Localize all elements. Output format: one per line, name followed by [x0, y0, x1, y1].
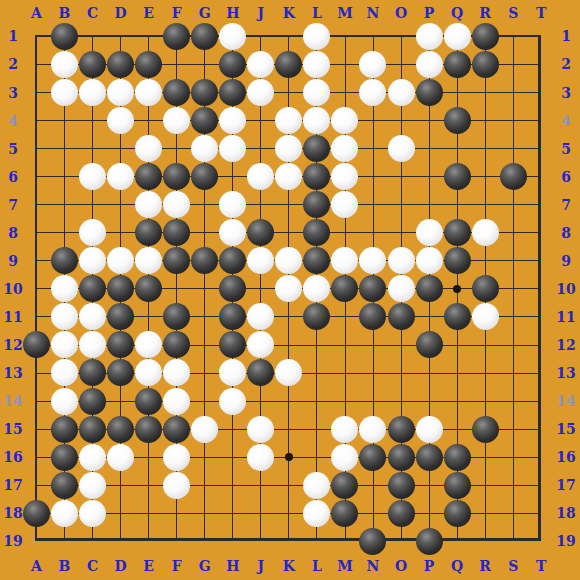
cell-H5[interactable] [219, 135, 247, 163]
cell-R18[interactable] [471, 499, 499, 527]
cell-Q8[interactable] [443, 219, 471, 247]
cell-J18[interactable] [247, 499, 275, 527]
cell-K6[interactable] [275, 163, 303, 191]
cell-P7[interactable] [415, 191, 443, 219]
cell-C6[interactable] [78, 163, 106, 191]
cell-G9[interactable] [191, 247, 219, 275]
cell-F5[interactable] [163, 135, 191, 163]
cell-Q9[interactable] [443, 247, 471, 275]
cell-O8[interactable] [387, 219, 415, 247]
cell-C12[interactable] [78, 331, 106, 359]
cell-T8[interactable] [527, 219, 555, 247]
cell-H17[interactable] [219, 471, 247, 499]
cell-M10[interactable] [331, 275, 359, 303]
cell-D19[interactable] [107, 527, 135, 555]
cell-G15[interactable] [191, 415, 219, 443]
cell-E1[interactable] [135, 22, 163, 50]
cell-G13[interactable] [191, 359, 219, 387]
cell-Q4[interactable] [443, 107, 471, 135]
cell-G19[interactable] [191, 527, 219, 555]
cell-J16[interactable] [247, 443, 275, 471]
cell-A3[interactable] [22, 78, 50, 106]
cell-B6[interactable] [50, 163, 78, 191]
cell-L14[interactable] [303, 387, 331, 415]
cell-C18[interactable] [78, 499, 106, 527]
cell-T9[interactable] [527, 247, 555, 275]
cell-R5[interactable] [471, 135, 499, 163]
cell-D18[interactable] [107, 499, 135, 527]
cell-Q2[interactable] [443, 50, 471, 78]
cell-E15[interactable] [135, 415, 163, 443]
cell-L6[interactable] [303, 163, 331, 191]
cell-P14[interactable] [415, 387, 443, 415]
cell-J2[interactable] [247, 50, 275, 78]
cell-E14[interactable] [135, 387, 163, 415]
cell-P18[interactable] [415, 499, 443, 527]
cell-H11[interactable] [219, 303, 247, 331]
cell-F8[interactable] [163, 219, 191, 247]
cell-R13[interactable] [471, 359, 499, 387]
cell-A10[interactable] [22, 275, 50, 303]
cell-O19[interactable] [387, 527, 415, 555]
cell-P8[interactable] [415, 219, 443, 247]
cell-B17[interactable] [50, 471, 78, 499]
cell-H4[interactable] [219, 107, 247, 135]
cell-F6[interactable] [163, 163, 191, 191]
cell-F14[interactable] [163, 387, 191, 415]
cell-G17[interactable] [191, 471, 219, 499]
cell-T13[interactable] [527, 359, 555, 387]
cell-S11[interactable] [499, 303, 527, 331]
cell-S6[interactable] [499, 163, 527, 191]
cell-P15[interactable] [415, 415, 443, 443]
cell-L4[interactable] [303, 107, 331, 135]
cell-M1[interactable] [331, 22, 359, 50]
cell-O6[interactable] [387, 163, 415, 191]
cell-H13[interactable] [219, 359, 247, 387]
cell-O7[interactable] [387, 191, 415, 219]
cell-B18[interactable] [50, 499, 78, 527]
cell-S16[interactable] [499, 443, 527, 471]
cell-H6[interactable] [219, 163, 247, 191]
cell-N10[interactable] [359, 275, 387, 303]
cell-P2[interactable] [415, 50, 443, 78]
cell-C7[interactable] [78, 191, 106, 219]
cell-M11[interactable] [331, 303, 359, 331]
cell-T2[interactable] [527, 50, 555, 78]
cell-M13[interactable] [331, 359, 359, 387]
cell-G1[interactable] [191, 22, 219, 50]
cell-O13[interactable] [387, 359, 415, 387]
cell-J9[interactable] [247, 247, 275, 275]
cell-G2[interactable] [191, 50, 219, 78]
cell-A9[interactable] [22, 247, 50, 275]
cell-S12[interactable] [499, 331, 527, 359]
cell-A1[interactable] [22, 22, 50, 50]
cell-G12[interactable] [191, 331, 219, 359]
cell-E16[interactable] [135, 443, 163, 471]
cell-C15[interactable] [78, 415, 106, 443]
cell-J13[interactable] [247, 359, 275, 387]
cell-R4[interactable] [471, 107, 499, 135]
cell-A8[interactable] [22, 219, 50, 247]
cell-O3[interactable] [387, 78, 415, 106]
cell-O14[interactable] [387, 387, 415, 415]
cell-D15[interactable] [107, 415, 135, 443]
cell-O9[interactable] [387, 247, 415, 275]
cell-T18[interactable] [527, 499, 555, 527]
cell-G11[interactable] [191, 303, 219, 331]
cell-P12[interactable] [415, 331, 443, 359]
cell-S13[interactable] [499, 359, 527, 387]
cell-E4[interactable] [135, 107, 163, 135]
cell-T17[interactable] [527, 471, 555, 499]
cell-C3[interactable] [78, 78, 106, 106]
cell-M17[interactable] [331, 471, 359, 499]
cell-M18[interactable] [331, 499, 359, 527]
cell-R17[interactable] [471, 471, 499, 499]
cell-T3[interactable] [527, 78, 555, 106]
cell-G10[interactable] [191, 275, 219, 303]
cell-F17[interactable] [163, 471, 191, 499]
cell-O12[interactable] [387, 331, 415, 359]
cell-N6[interactable] [359, 163, 387, 191]
cell-S10[interactable] [499, 275, 527, 303]
cell-E3[interactable] [135, 78, 163, 106]
cell-C13[interactable] [78, 359, 106, 387]
cell-J10[interactable] [247, 275, 275, 303]
cell-Q16[interactable] [443, 443, 471, 471]
cell-N12[interactable] [359, 331, 387, 359]
cell-D16[interactable] [107, 443, 135, 471]
cell-A15[interactable] [22, 415, 50, 443]
cell-Q7[interactable] [443, 191, 471, 219]
cell-J1[interactable] [247, 22, 275, 50]
cell-R19[interactable] [471, 527, 499, 555]
cell-O5[interactable] [387, 135, 415, 163]
cell-S4[interactable] [499, 107, 527, 135]
cell-R8[interactable] [471, 219, 499, 247]
cell-N13[interactable] [359, 359, 387, 387]
cell-M16[interactable] [331, 443, 359, 471]
cell-H19[interactable] [219, 527, 247, 555]
cell-T5[interactable] [527, 135, 555, 163]
cell-M12[interactable] [331, 331, 359, 359]
cell-N9[interactable] [359, 247, 387, 275]
cell-K5[interactable] [275, 135, 303, 163]
cell-D6[interactable] [107, 163, 135, 191]
cell-C16[interactable] [78, 443, 106, 471]
cell-Q13[interactable] [443, 359, 471, 387]
cell-F12[interactable] [163, 331, 191, 359]
cell-O15[interactable] [387, 415, 415, 443]
cell-S15[interactable] [499, 415, 527, 443]
cell-A5[interactable] [22, 135, 50, 163]
cell-E12[interactable] [135, 331, 163, 359]
cell-E13[interactable] [135, 359, 163, 387]
cell-T1[interactable] [527, 22, 555, 50]
cell-K10[interactable] [275, 275, 303, 303]
cell-B9[interactable] [50, 247, 78, 275]
cell-R6[interactable] [471, 163, 499, 191]
cell-O17[interactable] [387, 471, 415, 499]
cell-A17[interactable] [22, 471, 50, 499]
cell-M3[interactable] [331, 78, 359, 106]
cell-K14[interactable] [275, 387, 303, 415]
cell-E9[interactable] [135, 247, 163, 275]
cell-B1[interactable] [50, 22, 78, 50]
cell-H9[interactable] [219, 247, 247, 275]
cell-G5[interactable] [191, 135, 219, 163]
cell-Q18[interactable] [443, 499, 471, 527]
cell-D8[interactable] [107, 219, 135, 247]
cell-J12[interactable] [247, 331, 275, 359]
cell-A18[interactable] [22, 499, 50, 527]
cell-D11[interactable] [107, 303, 135, 331]
cell-B14[interactable] [50, 387, 78, 415]
cell-J14[interactable] [247, 387, 275, 415]
cell-N2[interactable] [359, 50, 387, 78]
cell-K12[interactable] [275, 331, 303, 359]
cell-R11[interactable] [471, 303, 499, 331]
cell-O1[interactable] [387, 22, 415, 50]
cell-L8[interactable] [303, 219, 331, 247]
cell-H15[interactable] [219, 415, 247, 443]
cell-M8[interactable] [331, 219, 359, 247]
cell-K2[interactable] [275, 50, 303, 78]
cell-P13[interactable] [415, 359, 443, 387]
cell-R7[interactable] [471, 191, 499, 219]
cell-B3[interactable] [50, 78, 78, 106]
cell-H2[interactable] [219, 50, 247, 78]
cell-H14[interactable] [219, 387, 247, 415]
cell-H1[interactable] [219, 22, 247, 50]
cell-J19[interactable] [247, 527, 275, 555]
cell-G4[interactable] [191, 107, 219, 135]
cell-N3[interactable] [359, 78, 387, 106]
cell-S19[interactable] [499, 527, 527, 555]
cell-G16[interactable] [191, 443, 219, 471]
cell-F16[interactable] [163, 443, 191, 471]
cell-Q6[interactable] [443, 163, 471, 191]
cell-D5[interactable] [107, 135, 135, 163]
cell-R2[interactable] [471, 50, 499, 78]
cell-P9[interactable] [415, 247, 443, 275]
cell-B19[interactable] [50, 527, 78, 555]
cell-F11[interactable] [163, 303, 191, 331]
cell-N8[interactable] [359, 219, 387, 247]
cell-F10[interactable] [163, 275, 191, 303]
cell-Q3[interactable] [443, 78, 471, 106]
cell-K3[interactable] [275, 78, 303, 106]
cell-S1[interactable] [499, 22, 527, 50]
cell-K8[interactable] [275, 219, 303, 247]
cell-T7[interactable] [527, 191, 555, 219]
cell-S2[interactable] [499, 50, 527, 78]
cell-B13[interactable] [50, 359, 78, 387]
cell-R1[interactable] [471, 22, 499, 50]
cell-P17[interactable] [415, 471, 443, 499]
cell-N1[interactable] [359, 22, 387, 50]
cell-D3[interactable] [107, 78, 135, 106]
cell-E10[interactable] [135, 275, 163, 303]
cell-T11[interactable] [527, 303, 555, 331]
cell-J17[interactable] [247, 471, 275, 499]
cell-Q11[interactable] [443, 303, 471, 331]
cell-K18[interactable] [275, 499, 303, 527]
cell-O4[interactable] [387, 107, 415, 135]
cell-H12[interactable] [219, 331, 247, 359]
cell-K19[interactable] [275, 527, 303, 555]
cell-Q17[interactable] [443, 471, 471, 499]
cell-E18[interactable] [135, 499, 163, 527]
cell-C9[interactable] [78, 247, 106, 275]
cell-O16[interactable] [387, 443, 415, 471]
cell-C2[interactable] [78, 50, 106, 78]
cell-E2[interactable] [135, 50, 163, 78]
cell-M15[interactable] [331, 415, 359, 443]
cell-L13[interactable] [303, 359, 331, 387]
cell-G8[interactable] [191, 219, 219, 247]
cell-N18[interactable] [359, 499, 387, 527]
cell-P19[interactable] [415, 527, 443, 555]
cell-F1[interactable] [163, 22, 191, 50]
cell-F18[interactable] [163, 499, 191, 527]
cell-F7[interactable] [163, 191, 191, 219]
cell-A16[interactable] [22, 443, 50, 471]
cell-O18[interactable] [387, 499, 415, 527]
cell-B2[interactable] [50, 50, 78, 78]
cell-A12[interactable] [22, 331, 50, 359]
cell-L11[interactable] [303, 303, 331, 331]
cell-B7[interactable] [50, 191, 78, 219]
cell-F19[interactable] [163, 527, 191, 555]
cell-P16[interactable] [415, 443, 443, 471]
cell-A19[interactable] [22, 527, 50, 555]
cell-C5[interactable] [78, 135, 106, 163]
cell-M5[interactable] [331, 135, 359, 163]
cell-F3[interactable] [163, 78, 191, 106]
cell-B12[interactable] [50, 331, 78, 359]
cell-H3[interactable] [219, 78, 247, 106]
cell-T15[interactable] [527, 415, 555, 443]
cell-A6[interactable] [22, 163, 50, 191]
cell-J3[interactable] [247, 78, 275, 106]
cell-E7[interactable] [135, 191, 163, 219]
cell-D7[interactable] [107, 191, 135, 219]
cell-K7[interactable] [275, 191, 303, 219]
cell-B15[interactable] [50, 415, 78, 443]
cell-A4[interactable] [22, 107, 50, 135]
cell-E19[interactable] [135, 527, 163, 555]
cell-D1[interactable] [107, 22, 135, 50]
cell-T6[interactable] [527, 163, 555, 191]
cell-B11[interactable] [50, 303, 78, 331]
cell-Q12[interactable] [443, 331, 471, 359]
cell-R3[interactable] [471, 78, 499, 106]
cell-L7[interactable] [303, 191, 331, 219]
cell-C4[interactable] [78, 107, 106, 135]
cell-S9[interactable] [499, 247, 527, 275]
cell-L15[interactable] [303, 415, 331, 443]
cell-A14[interactable] [22, 387, 50, 415]
cell-G6[interactable] [191, 163, 219, 191]
cell-A2[interactable] [22, 50, 50, 78]
cell-A13[interactable] [22, 359, 50, 387]
cell-L16[interactable] [303, 443, 331, 471]
cell-D10[interactable] [107, 275, 135, 303]
cell-G14[interactable] [191, 387, 219, 415]
cell-R9[interactable] [471, 247, 499, 275]
cell-C14[interactable] [78, 387, 106, 415]
cell-L10[interactable] [303, 275, 331, 303]
cell-R15[interactable] [471, 415, 499, 443]
cell-R14[interactable] [471, 387, 499, 415]
cell-T10[interactable] [527, 275, 555, 303]
cell-T16[interactable] [527, 443, 555, 471]
cell-S7[interactable] [499, 191, 527, 219]
cell-F15[interactable] [163, 415, 191, 443]
cell-M2[interactable] [331, 50, 359, 78]
cell-P3[interactable] [415, 78, 443, 106]
cell-P11[interactable] [415, 303, 443, 331]
cell-B16[interactable] [50, 443, 78, 471]
cell-O2[interactable] [387, 50, 415, 78]
cell-L1[interactable] [303, 22, 331, 50]
cell-N19[interactable] [359, 527, 387, 555]
cell-H8[interactable] [219, 219, 247, 247]
cell-Q5[interactable] [443, 135, 471, 163]
cell-R10[interactable] [471, 275, 499, 303]
cell-A7[interactable] [22, 191, 50, 219]
cell-C11[interactable] [78, 303, 106, 331]
cell-B10[interactable] [50, 275, 78, 303]
cell-N11[interactable] [359, 303, 387, 331]
cell-G7[interactable] [191, 191, 219, 219]
cell-J11[interactable] [247, 303, 275, 331]
cell-P5[interactable] [415, 135, 443, 163]
cell-D9[interactable] [107, 247, 135, 275]
cell-K11[interactable] [275, 303, 303, 331]
cell-D17[interactable] [107, 471, 135, 499]
cell-P4[interactable] [415, 107, 443, 135]
cell-S14[interactable] [499, 387, 527, 415]
cell-L17[interactable] [303, 471, 331, 499]
cell-P6[interactable] [415, 163, 443, 191]
cell-E6[interactable] [135, 163, 163, 191]
cell-L3[interactable] [303, 78, 331, 106]
cell-F4[interactable] [163, 107, 191, 135]
cell-O10[interactable] [387, 275, 415, 303]
cell-P10[interactable] [415, 275, 443, 303]
cell-A11[interactable] [22, 303, 50, 331]
cell-B5[interactable] [50, 135, 78, 163]
cell-H18[interactable] [219, 499, 247, 527]
cell-D4[interactable] [107, 107, 135, 135]
cell-B8[interactable] [50, 219, 78, 247]
cell-R16[interactable] [471, 443, 499, 471]
cell-D13[interactable] [107, 359, 135, 387]
cell-D12[interactable] [107, 331, 135, 359]
cell-H7[interactable] [219, 191, 247, 219]
cell-S3[interactable] [499, 78, 527, 106]
cell-P1[interactable] [415, 22, 443, 50]
cell-E8[interactable] [135, 219, 163, 247]
cell-K9[interactable] [275, 247, 303, 275]
cell-J5[interactable] [247, 135, 275, 163]
cell-G18[interactable] [191, 499, 219, 527]
cell-M4[interactable] [331, 107, 359, 135]
